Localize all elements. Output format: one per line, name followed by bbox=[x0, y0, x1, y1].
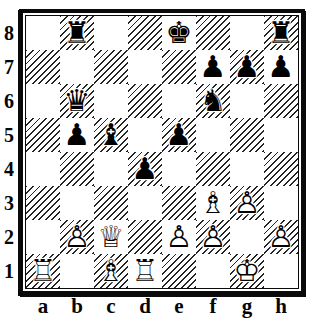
square-c3[interactable] bbox=[94, 186, 128, 220]
white-pawn-g3[interactable]: ♟♙ bbox=[234, 186, 261, 220]
square-f6[interactable]: ♞ bbox=[196, 84, 230, 118]
white-rook-a1[interactable]: ♜♖ bbox=[30, 254, 57, 288]
square-d1[interactable]: ♜♖ bbox=[128, 254, 162, 288]
square-f7[interactable]: ♟ bbox=[196, 50, 230, 84]
square-b1[interactable] bbox=[60, 254, 94, 288]
square-e4[interactable] bbox=[162, 152, 196, 186]
black-pawn-d4[interactable]: ♟ bbox=[132, 152, 159, 186]
square-a6[interactable] bbox=[26, 84, 60, 118]
square-d2[interactable] bbox=[128, 220, 162, 254]
square-h7[interactable]: ♟ bbox=[264, 50, 298, 84]
square-h3[interactable] bbox=[264, 186, 298, 220]
white-bishop-c1[interactable]: ♝♗ bbox=[98, 254, 125, 288]
square-g3[interactable]: ♟♙ bbox=[230, 186, 264, 220]
square-e2[interactable]: ♟♙ bbox=[162, 220, 196, 254]
square-h1[interactable] bbox=[264, 254, 298, 288]
square-g6[interactable] bbox=[230, 84, 264, 118]
square-f2[interactable]: ♟♙ bbox=[196, 220, 230, 254]
square-h4[interactable] bbox=[264, 152, 298, 186]
square-c8[interactable] bbox=[94, 16, 128, 50]
square-a4[interactable] bbox=[26, 152, 60, 186]
square-d4[interactable]: ♟ bbox=[128, 152, 162, 186]
square-b4[interactable] bbox=[60, 152, 94, 186]
rank-label-5: 5 bbox=[0, 118, 18, 152]
black-pawn-e5[interactable]: ♟ bbox=[166, 118, 193, 152]
white-pawn-h2[interactable]: ♟♙ bbox=[268, 220, 295, 254]
square-c7[interactable] bbox=[94, 50, 128, 84]
white-pawn-e2[interactable]: ♟♙ bbox=[166, 220, 193, 254]
file-label-d: d bbox=[128, 293, 162, 319]
square-h2[interactable]: ♟♙ bbox=[264, 220, 298, 254]
square-g5[interactable] bbox=[230, 118, 264, 152]
square-a5[interactable] bbox=[26, 118, 60, 152]
black-pawn-g7[interactable]: ♟ bbox=[234, 50, 261, 84]
black-pawn-b5[interactable]: ♟ bbox=[64, 118, 91, 152]
white-bishop-f3[interactable]: ♝♗ bbox=[200, 186, 227, 220]
rank-label-4: 4 bbox=[0, 152, 18, 186]
square-c2[interactable]: ♛♕ bbox=[94, 220, 128, 254]
square-c1[interactable]: ♝♗ bbox=[94, 254, 128, 288]
square-b5[interactable]: ♟ bbox=[60, 118, 94, 152]
black-bishop-c5[interactable]: ♝ bbox=[98, 118, 125, 152]
square-c6[interactable] bbox=[94, 84, 128, 118]
rank-label-3: 3 bbox=[0, 186, 18, 220]
square-e6[interactable] bbox=[162, 84, 196, 118]
square-b7[interactable] bbox=[60, 50, 94, 84]
square-a7[interactable] bbox=[26, 50, 60, 84]
white-queen-c2[interactable]: ♛♕ bbox=[98, 220, 125, 254]
square-d8[interactable] bbox=[128, 16, 162, 50]
square-d3[interactable] bbox=[128, 186, 162, 220]
square-g2[interactable] bbox=[230, 220, 264, 254]
black-rook-h8[interactable]: ♜ bbox=[268, 16, 295, 50]
file-label-c: c bbox=[94, 293, 128, 319]
square-h6[interactable] bbox=[264, 84, 298, 118]
rank-label-2: 2 bbox=[0, 220, 18, 254]
square-f8[interactable] bbox=[196, 16, 230, 50]
square-c4[interactable] bbox=[94, 152, 128, 186]
square-e7[interactable] bbox=[162, 50, 196, 84]
black-rook-b8[interactable]: ♜ bbox=[64, 16, 91, 50]
black-knight-f6[interactable]: ♞ bbox=[200, 84, 227, 118]
square-g1[interactable]: ♚♔ bbox=[230, 254, 264, 288]
file-label-f: f bbox=[196, 293, 230, 319]
white-king-g1[interactable]: ♚♔ bbox=[234, 254, 261, 288]
file-label-g: g bbox=[230, 293, 264, 319]
white-rook-d1[interactable]: ♜♖ bbox=[132, 254, 159, 288]
square-f4[interactable] bbox=[196, 152, 230, 186]
white-pawn-f2[interactable]: ♟♙ bbox=[200, 220, 227, 254]
rank-label-8: 8 bbox=[0, 16, 18, 50]
square-b2[interactable]: ♟♙ bbox=[60, 220, 94, 254]
square-e5[interactable]: ♟ bbox=[162, 118, 196, 152]
square-c5[interactable]: ♝ bbox=[94, 118, 128, 152]
white-pawn-b2[interactable]: ♟♙ bbox=[64, 220, 91, 254]
black-king-e8[interactable]: ♚ bbox=[166, 16, 193, 50]
square-d6[interactable] bbox=[128, 84, 162, 118]
square-b8[interactable]: ♜ bbox=[60, 16, 94, 50]
square-d7[interactable] bbox=[128, 50, 162, 84]
file-label-e: e bbox=[162, 293, 196, 319]
square-a3[interactable] bbox=[26, 186, 60, 220]
file-label-b: b bbox=[60, 293, 94, 319]
file-label-a: a bbox=[26, 293, 60, 319]
rank-label-7: 7 bbox=[0, 50, 18, 84]
square-h5[interactable] bbox=[264, 118, 298, 152]
square-a1[interactable]: ♜♖ bbox=[26, 254, 60, 288]
file-labels: abcdefgh bbox=[26, 293, 298, 319]
square-g8[interactable] bbox=[230, 16, 264, 50]
black-pawn-h7[interactable]: ♟ bbox=[268, 50, 295, 84]
square-h8[interactable]: ♜ bbox=[264, 16, 298, 50]
square-g7[interactable]: ♟ bbox=[230, 50, 264, 84]
square-b3[interactable] bbox=[60, 186, 94, 220]
square-a8[interactable] bbox=[26, 16, 60, 50]
square-f5[interactable] bbox=[196, 118, 230, 152]
square-f1[interactable] bbox=[196, 254, 230, 288]
square-f3[interactable]: ♝♗ bbox=[196, 186, 230, 220]
square-d5[interactable] bbox=[128, 118, 162, 152]
square-e3[interactable] bbox=[162, 186, 196, 220]
black-queen-b6[interactable]: ♛ bbox=[64, 84, 91, 118]
file-label-h: h bbox=[264, 293, 298, 319]
square-a2[interactable] bbox=[26, 220, 60, 254]
square-b6[interactable]: ♛ bbox=[60, 84, 94, 118]
rank-label-1: 1 bbox=[0, 254, 18, 288]
square-g4[interactable] bbox=[230, 152, 264, 186]
rank-label-6: 6 bbox=[0, 84, 18, 118]
chess-diagram: 87654321 ♜♚♜♟♟♟♛♞♟♝♟♟♝♗♟♙♟♙♛♕♟♙♟♙♟♙♜♖♝♗♜… bbox=[0, 0, 313, 320]
chess-board: ♜♚♜♟♟♟♛♞♟♝♟♟♝♗♟♙♟♙♛♕♟♙♟♙♟♙♜♖♝♗♜♖♚♔ bbox=[25, 15, 299, 289]
black-pawn-f7[interactable]: ♟ bbox=[200, 50, 227, 84]
square-e1[interactable] bbox=[162, 254, 196, 288]
board-frame: ♜♚♜♟♟♟♛♞♟♝♟♟♝♗♟♙♟♙♛♕♟♙♟♙♟♙♜♖♝♗♜♖♚♔ bbox=[19, 9, 305, 295]
square-e8[interactable]: ♚ bbox=[162, 16, 196, 50]
rank-labels: 87654321 bbox=[0, 16, 18, 288]
